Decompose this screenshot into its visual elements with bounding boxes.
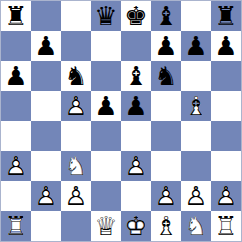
square-e3[interactable]: ♟♙ — [121, 151, 151, 181]
piece-black-pawn-icon[interactable]: ♟ — [93, 93, 119, 119]
piece-white-pawn-icon[interactable]: ♟♙ — [123, 153, 149, 179]
square-c4[interactable] — [61, 121, 91, 151]
square-a2[interactable] — [1, 181, 31, 211]
square-d2[interactable] — [91, 181, 121, 211]
piece-white-pawn-icon[interactable]: ♟♙ — [33, 183, 59, 209]
piece-white-pawn-icon[interactable]: ♟♙ — [63, 93, 89, 119]
piece-white-bishop-icon[interactable]: ♝♗ — [183, 93, 209, 119]
square-e8[interactable]: ♚ — [121, 1, 151, 31]
piece-glyph-fill: ♚ — [123, 3, 149, 29]
piece-glyph-fill: ♜ — [213, 3, 239, 29]
piece-black-pawn-icon[interactable]: ♟ — [33, 33, 59, 59]
piece-black-bishop-icon[interactable]: ♝ — [123, 63, 149, 89]
square-h7[interactable]: ♟ — [211, 31, 241, 61]
piece-glyph-fill: ♝ — [153, 3, 179, 29]
piece-white-pawn-icon[interactable]: ♟♙ — [63, 183, 89, 209]
piece-glyph-outline: ♙ — [33, 183, 59, 209]
piece-white-bishop-icon[interactable]: ♝♗ — [153, 213, 179, 239]
square-a7[interactable] — [1, 31, 31, 61]
piece-glyph-fill: ♜ — [3, 3, 29, 29]
square-b4[interactable] — [31, 121, 61, 151]
piece-black-pawn-icon[interactable]: ♟ — [153, 33, 179, 59]
piece-glyph-fill: ♟ — [213, 33, 239, 59]
piece-glyph-outline: ♙ — [153, 183, 179, 209]
square-g3[interactable] — [181, 151, 211, 181]
square-d1[interactable]: ♛♕ — [91, 211, 121, 241]
piece-glyph-fill: ♟ — [153, 33, 179, 59]
square-f5[interactable] — [151, 91, 181, 121]
piece-glyph-outline: ♗ — [183, 93, 209, 119]
piece-glyph-outline: ♙ — [63, 183, 89, 209]
piece-glyph-fill: ♟ — [93, 93, 119, 119]
square-a3[interactable]: ♟♙ — [1, 151, 31, 181]
square-f8[interactable]: ♝ — [151, 1, 181, 31]
piece-white-pawn-icon[interactable]: ♟♙ — [183, 183, 209, 209]
square-a8[interactable]: ♜ — [1, 1, 31, 31]
square-b8[interactable] — [31, 1, 61, 31]
square-g8[interactable] — [181, 1, 211, 31]
square-f6[interactable]: ♞ — [151, 61, 181, 91]
square-g7[interactable]: ♟ — [181, 31, 211, 61]
piece-glyph-fill: ♝ — [123, 63, 149, 89]
piece-glyph-outline: ♗ — [153, 213, 179, 239]
square-d6[interactable] — [91, 61, 121, 91]
piece-glyph-fill: ♟ — [3, 63, 29, 89]
square-g4[interactable] — [181, 121, 211, 151]
piece-glyph-outline: ♕ — [93, 213, 119, 239]
square-a5[interactable] — [1, 91, 31, 121]
piece-black-pawn-icon[interactable]: ♟ — [213, 33, 239, 59]
piece-white-rook-icon[interactable]: ♜♖ — [213, 213, 239, 239]
square-e4[interactable] — [121, 121, 151, 151]
piece-glyph-outline: ♘ — [63, 153, 89, 179]
piece-black-knight-icon[interactable]: ♞ — [63, 63, 89, 89]
square-c2[interactable]: ♟♙ — [61, 181, 91, 211]
piece-white-queen-icon[interactable]: ♛♕ — [93, 213, 119, 239]
piece-glyph-fill: ♟ — [123, 93, 149, 119]
square-a6[interactable]: ♟ — [1, 61, 31, 91]
square-f3[interactable] — [151, 151, 181, 181]
square-g6[interactable] — [181, 61, 211, 91]
square-h2[interactable]: ♟♙ — [211, 181, 241, 211]
square-b6[interactable] — [31, 61, 61, 91]
piece-glyph-fill: ♟ — [183, 33, 209, 59]
piece-glyph-outline: ♖ — [3, 213, 29, 239]
square-e6[interactable]: ♝ — [121, 61, 151, 91]
square-d4[interactable] — [91, 121, 121, 151]
piece-black-queen-icon[interactable]: ♛ — [93, 3, 119, 29]
square-a1[interactable]: ♜♖ — [1, 211, 31, 241]
square-h6[interactable] — [211, 61, 241, 91]
piece-glyph-fill: ♞ — [153, 63, 179, 89]
square-d3[interactable] — [91, 151, 121, 181]
piece-white-pawn-icon[interactable]: ♟♙ — [213, 183, 239, 209]
square-c1[interactable] — [61, 211, 91, 241]
square-a4[interactable] — [1, 121, 31, 151]
square-g5[interactable]: ♝♗ — [181, 91, 211, 121]
piece-black-knight-icon[interactable]: ♞ — [153, 63, 179, 89]
square-c5[interactable]: ♟♙ — [61, 91, 91, 121]
square-f2[interactable]: ♟♙ — [151, 181, 181, 211]
square-d5[interactable]: ♟ — [91, 91, 121, 121]
square-g1[interactable]: ♞♘ — [181, 211, 211, 241]
square-e5[interactable]: ♟ — [121, 91, 151, 121]
piece-glyph-fill: ♞ — [63, 63, 89, 89]
square-c8[interactable] — [61, 1, 91, 31]
piece-black-king-icon[interactable]: ♚ — [123, 3, 149, 29]
piece-white-knight-icon[interactable]: ♞♘ — [183, 213, 209, 239]
piece-glyph-outline: ♙ — [3, 153, 29, 179]
square-b1[interactable] — [31, 211, 61, 241]
piece-black-rook-icon[interactable]: ♜ — [213, 3, 239, 29]
square-b3[interactable] — [31, 151, 61, 181]
piece-white-king-icon[interactable]: ♚♔ — [123, 213, 149, 239]
square-h3[interactable] — [211, 151, 241, 181]
square-e2[interactable] — [121, 181, 151, 211]
square-b5[interactable] — [31, 91, 61, 121]
square-d7[interactable] — [91, 31, 121, 61]
piece-white-pawn-icon[interactable]: ♟♙ — [153, 183, 179, 209]
piece-black-pawn-icon[interactable]: ♟ — [3, 63, 29, 89]
piece-black-pawn-icon[interactable]: ♟ — [123, 93, 149, 119]
piece-white-knight-icon[interactable]: ♞♘ — [63, 153, 89, 179]
piece-glyph-outline: ♔ — [123, 213, 149, 239]
piece-glyph-outline: ♙ — [213, 183, 239, 209]
square-f1[interactable]: ♝♗ — [151, 211, 181, 241]
piece-glyph-outline: ♙ — [183, 183, 209, 209]
square-e1[interactable]: ♚♔ — [121, 211, 151, 241]
piece-glyph-outline: ♘ — [183, 213, 209, 239]
piece-black-rook-icon[interactable]: ♜ — [3, 3, 29, 29]
square-b7[interactable]: ♟ — [31, 31, 61, 61]
piece-glyph-outline: ♙ — [123, 153, 149, 179]
piece-glyph-outline: ♖ — [213, 213, 239, 239]
square-e7[interactable] — [121, 31, 151, 61]
chess-board: ♜♛♚♝♜♟♟♟♟♟♞♝♞♟♙♟♟♝♗♟♙♞♘♟♙♟♙♟♙♟♙♟♙♟♙♜♖♛♕♚… — [0, 0, 242, 242]
piece-white-rook-icon[interactable]: ♜♖ — [3, 213, 29, 239]
square-c7[interactable] — [61, 31, 91, 61]
piece-black-pawn-icon[interactable]: ♟ — [183, 33, 209, 59]
square-c3[interactable]: ♞♘ — [61, 151, 91, 181]
square-h4[interactable] — [211, 121, 241, 151]
piece-black-bishop-icon[interactable]: ♝ — [153, 3, 179, 29]
square-b2[interactable]: ♟♙ — [31, 181, 61, 211]
piece-glyph-fill: ♛ — [93, 3, 119, 29]
square-h1[interactable]: ♜♖ — [211, 211, 241, 241]
square-f4[interactable] — [151, 121, 181, 151]
square-h5[interactable] — [211, 91, 241, 121]
square-d8[interactable]: ♛ — [91, 1, 121, 31]
piece-glyph-fill: ♟ — [33, 33, 59, 59]
piece-white-pawn-icon[interactable]: ♟♙ — [3, 153, 29, 179]
square-c6[interactable]: ♞ — [61, 61, 91, 91]
square-g2[interactable]: ♟♙ — [181, 181, 211, 211]
piece-glyph-outline: ♙ — [63, 93, 89, 119]
square-h8[interactable]: ♜ — [211, 1, 241, 31]
square-f7[interactable]: ♟ — [151, 31, 181, 61]
